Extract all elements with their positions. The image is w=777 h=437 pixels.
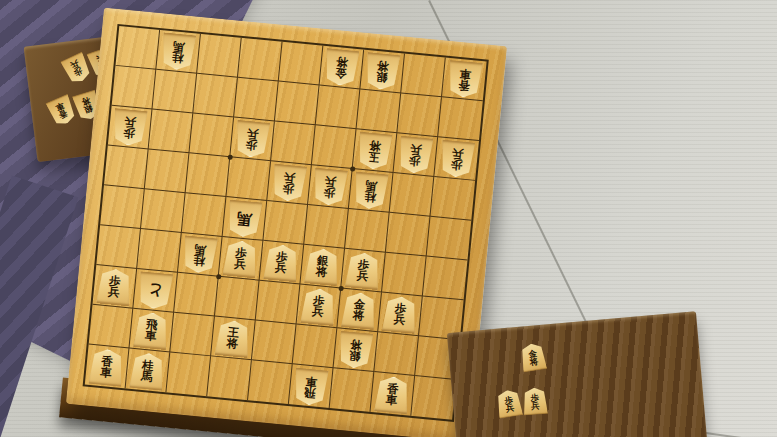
shogi-piece-香車-sente[interactable]: 香車	[88, 348, 124, 387]
shogi-piece-銀将-gote[interactable]: 銀将	[337, 331, 373, 370]
board-grid: 桂馬金将銀将香車歩兵歩兵玉将歩兵歩兵歩兵歩兵桂馬馬桂馬歩兵歩兵銀将歩兵歩兵と歩兵…	[83, 24, 489, 422]
board-cell-5i[interactable]	[248, 360, 293, 404]
board-cell-8f[interactable]	[137, 229, 182, 273]
board-cell-6c[interactable]: 歩兵	[230, 117, 275, 161]
board-cell-7h[interactable]	[170, 313, 215, 357]
board-cell-6b[interactable]	[234, 78, 279, 122]
shogi-piece-桂馬-gote[interactable]: 桂馬	[352, 172, 388, 211]
board-cell-3d[interactable]: 桂馬	[349, 169, 394, 213]
board-cell-6e[interactable]: 馬	[223, 197, 268, 241]
board-cell-6a[interactable]	[238, 38, 283, 82]
board-cell-8a[interactable]: 桂馬	[156, 30, 201, 74]
board-cell-4b[interactable]	[316, 86, 361, 130]
board-cell-5f[interactable]: 歩兵	[260, 241, 305, 285]
board-cell-3c[interactable]: 玉将	[353, 129, 398, 173]
board-cell-4f[interactable]: 銀将	[300, 245, 345, 289]
board-cell-2a[interactable]	[401, 54, 446, 98]
board-cell-6g[interactable]	[215, 277, 260, 321]
shogi-piece-桂馬-gote[interactable]: 桂馬	[182, 236, 218, 275]
board-cell-5d[interactable]: 歩兵	[267, 161, 312, 205]
board-cell-7e[interactable]	[182, 193, 227, 237]
board-cell-4e[interactable]	[304, 205, 349, 249]
board-cell-2f[interactable]	[382, 253, 427, 297]
shogi-piece-馬-gote[interactable]: 馬	[226, 200, 262, 239]
board-cell-1f[interactable]	[423, 257, 468, 301]
board-cell-5g[interactable]	[256, 281, 301, 325]
board-cell-9i[interactable]: 香車	[85, 345, 130, 389]
board-cell-2i[interactable]: 香車	[370, 372, 415, 416]
board-cell-7f[interactable]: 桂馬	[178, 233, 223, 277]
shogi-piece-金将-sente[interactable]: 金将	[341, 291, 377, 330]
board-cell-9h[interactable]	[89, 305, 134, 349]
board-cell-3b[interactable]	[356, 89, 401, 133]
shogi-piece-玉将-gote[interactable]: 玉将	[356, 132, 392, 171]
board-cell-3g[interactable]: 金将	[337, 289, 382, 333]
shogi-piece-歩兵-sente[interactable]: 歩兵	[300, 287, 336, 326]
board-cell-7g[interactable]	[174, 273, 219, 317]
board-cell-8i[interactable]: 桂馬	[126, 349, 171, 393]
board-cell-7c[interactable]	[189, 114, 234, 158]
board-cell-5h[interactable]	[252, 320, 297, 364]
shogi-piece-歩兵-sente[interactable]: 歩兵	[345, 251, 381, 290]
shogi-piece-歩兵-sente[interactable]: 歩兵	[382, 295, 418, 334]
board-cell-4g[interactable]: 歩兵	[297, 285, 342, 329]
board-cell-1i[interactable]	[411, 376, 456, 420]
shogi-piece-桂馬-sente[interactable]: 桂馬	[129, 352, 165, 391]
board-cell-7d[interactable]	[186, 153, 231, 197]
captured-piece-歩兵[interactable]: 歩兵	[522, 387, 548, 416]
board-cell-6h[interactable]: 王将	[211, 317, 256, 361]
board-cell-4a[interactable]: 金将	[320, 46, 365, 90]
board-cell-5a[interactable]	[279, 42, 324, 86]
board-cell-8b[interactable]	[152, 70, 197, 114]
board-cell-8h[interactable]: 飛車	[129, 309, 174, 353]
board-cell-9d[interactable]	[104, 146, 149, 190]
board-cell-1d[interactable]	[430, 177, 475, 221]
board-cell-1c[interactable]: 歩兵	[434, 137, 479, 181]
board-cell-2c[interactable]: 歩兵	[393, 133, 438, 177]
board-cell-7a[interactable]	[197, 34, 242, 78]
board-cell-3a[interactable]: 銀将	[360, 50, 405, 94]
shogi-piece-金将-gote[interactable]: 金将	[323, 48, 359, 87]
board-cell-4h[interactable]	[293, 324, 338, 368]
shogi-piece-香車-gote[interactable]: 香車	[446, 60, 482, 99]
captured-piece-歩兵[interactable]: 歩兵	[495, 388, 523, 418]
board-cell-3h[interactable]: 銀将	[333, 328, 378, 372]
board-cell-8e[interactable]	[141, 189, 186, 233]
board-cell-2b[interactable]	[397, 93, 442, 137]
shogi-piece-銀将-gote[interactable]: 銀将	[364, 52, 400, 91]
board-cell-9f[interactable]	[96, 225, 141, 269]
board-cell-4c[interactable]	[312, 125, 357, 169]
board-cell-9e[interactable]	[100, 185, 145, 229]
shogi-board-wrap: 桂馬金将銀将香車歩兵歩兵玉将歩兵歩兵歩兵歩兵桂馬馬桂馬歩兵歩兵銀将歩兵歩兵と歩兵…	[66, 8, 507, 437]
board-cell-1e[interactable]	[427, 217, 472, 261]
board-cell-7b[interactable]	[193, 74, 238, 118]
board-cell-2h[interactable]	[374, 332, 419, 376]
shogi-piece-香車-sente[interactable]: 香車	[374, 375, 410, 414]
board-cell-4i[interactable]: 飛車	[289, 364, 334, 408]
board-cell-2e[interactable]	[386, 213, 431, 257]
board-cell-4d[interactable]: 歩兵	[308, 165, 353, 209]
shogi-piece-桂馬-gote[interactable]: 桂馬	[160, 33, 196, 72]
board-cell-9g[interactable]: 歩兵	[92, 265, 137, 309]
shogi-piece-歩兵-sente[interactable]: 歩兵	[263, 243, 299, 282]
board-cell-5b[interactable]	[275, 82, 320, 126]
shogi-piece-歩兵-sente[interactable]: 歩兵	[96, 268, 132, 307]
board-cell-6i[interactable]	[207, 356, 252, 400]
board-cell-3i[interactable]	[330, 368, 375, 412]
board-cell-6d[interactable]	[226, 157, 271, 201]
shogi-photo-scene: 歩兵歩兵金将 香車銀将歩兵角行 桂馬金将銀将香車歩兵歩兵玉将歩兵歩兵歩兵歩兵桂馬…	[0, 0, 777, 437]
board-cell-7i[interactable]	[166, 352, 211, 396]
board-cell-9a[interactable]	[115, 26, 160, 70]
board-cell-3f[interactable]: 歩兵	[341, 249, 386, 293]
shogi-piece-飛車-gote[interactable]: 飛車	[292, 367, 328, 406]
board-cell-2g[interactable]: 歩兵	[378, 292, 423, 336]
shogi-piece-銀将-sente[interactable]: 銀将	[304, 247, 340, 286]
shogi-piece-と-gote[interactable]: と	[137, 271, 173, 310]
shogi-piece-王将-sente[interactable]: 王将	[215, 319, 251, 358]
board-cell-2d[interactable]	[390, 173, 435, 217]
board-cell-3e[interactable]	[345, 209, 390, 253]
board-cell-9b[interactable]	[112, 66, 157, 110]
board-cell-1a[interactable]: 香車	[442, 57, 487, 101]
shogi-piece-歩兵-gote[interactable]: 歩兵	[312, 168, 348, 207]
board-cell-9c[interactable]: 歩兵	[108, 106, 153, 150]
shogi-piece-歩兵-gote[interactable]: 歩兵	[234, 120, 270, 159]
board-cell-5c[interactable]	[271, 121, 316, 165]
shogi-piece-歩兵-gote[interactable]: 歩兵	[397, 136, 433, 175]
board-cell-8g[interactable]: と	[133, 269, 178, 313]
shogi-piece-歩兵-gote[interactable]: 歩兵	[438, 140, 474, 179]
shogi-board: 桂馬金将銀将香車歩兵歩兵玉将歩兵歩兵歩兵歩兵桂馬馬桂馬歩兵歩兵銀将歩兵歩兵と歩兵…	[66, 8, 507, 437]
board-cell-8d[interactable]	[145, 149, 190, 193]
captured-piece-金将[interactable]: 金将	[519, 342, 547, 372]
board-cell-8c[interactable]	[149, 110, 194, 154]
board-cell-5e[interactable]	[263, 201, 308, 245]
sente-captured-stand: 金将 歩兵歩兵	[447, 311, 707, 437]
shogi-piece-歩兵-gote[interactable]: 歩兵	[111, 108, 147, 147]
shogi-piece-歩兵-sente[interactable]: 歩兵	[222, 240, 258, 279]
board-cell-1b[interactable]	[438, 97, 483, 141]
board-cell-6f[interactable]: 歩兵	[219, 237, 264, 281]
shogi-piece-飛車-sente[interactable]: 飛車	[133, 311, 169, 350]
shogi-piece-歩兵-gote[interactable]: 歩兵	[271, 164, 307, 203]
